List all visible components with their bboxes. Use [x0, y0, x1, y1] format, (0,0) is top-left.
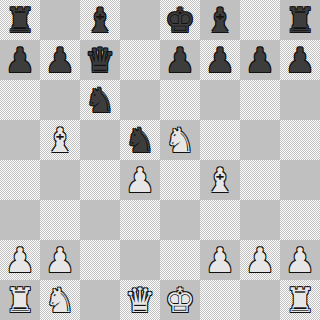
square-h2[interactable]: ♟ [280, 240, 320, 280]
square-a2[interactable]: ♟ [0, 240, 40, 280]
square-g5[interactable] [240, 120, 280, 160]
square-b1[interactable]: ♞ [40, 280, 80, 320]
square-a1[interactable]: ♜ [0, 280, 40, 320]
square-a3[interactable] [0, 200, 40, 240]
piece-white-pawn[interactable]: ♟ [5, 240, 35, 280]
piece-white-pawn[interactable]: ♟ [45, 240, 75, 280]
square-e1[interactable]: ♚ [160, 280, 200, 320]
square-h3[interactable] [280, 200, 320, 240]
square-h8[interactable]: ♜ [280, 0, 320, 40]
square-d1[interactable]: ♛ [120, 280, 160, 320]
piece-black-pawn[interactable]: ♟ [245, 40, 275, 80]
square-b3[interactable] [40, 200, 80, 240]
square-b6[interactable] [40, 80, 80, 120]
square-g2[interactable]: ♟ [240, 240, 280, 280]
piece-white-pawn[interactable]: ♟ [125, 160, 155, 200]
square-e7[interactable]: ♟ [160, 40, 200, 80]
square-h7[interactable]: ♟ [280, 40, 320, 80]
square-d6[interactable] [120, 80, 160, 120]
square-d8[interactable] [120, 0, 160, 40]
square-d2[interactable] [120, 240, 160, 280]
piece-black-knight[interactable]: ♞ [85, 80, 115, 120]
square-b2[interactable]: ♟ [40, 240, 80, 280]
square-a5[interactable] [0, 120, 40, 160]
square-f6[interactable] [200, 80, 240, 120]
square-c5[interactable] [80, 120, 120, 160]
square-f8[interactable]: ♝ [200, 0, 240, 40]
square-b4[interactable] [40, 160, 80, 200]
square-e8[interactable]: ♚ [160, 0, 200, 40]
piece-black-pawn[interactable]: ♟ [5, 40, 35, 80]
square-f2[interactable]: ♟ [200, 240, 240, 280]
square-g4[interactable] [240, 160, 280, 200]
square-h4[interactable] [280, 160, 320, 200]
piece-white-king[interactable]: ♚ [165, 280, 195, 320]
piece-black-pawn[interactable]: ♟ [285, 40, 315, 80]
square-a6[interactable] [0, 80, 40, 120]
piece-white-queen[interactable]: ♛ [125, 280, 155, 320]
square-c3[interactable] [80, 200, 120, 240]
piece-black-king[interactable]: ♚ [165, 0, 195, 40]
square-h6[interactable] [280, 80, 320, 120]
square-e4[interactable] [160, 160, 200, 200]
square-g7[interactable]: ♟ [240, 40, 280, 80]
square-d4[interactable]: ♟ [120, 160, 160, 200]
square-c4[interactable] [80, 160, 120, 200]
piece-white-bishop[interactable]: ♝ [205, 160, 235, 200]
square-e3[interactable] [160, 200, 200, 240]
piece-black-pawn[interactable]: ♟ [205, 40, 235, 80]
square-c1[interactable] [80, 280, 120, 320]
square-b7[interactable]: ♟ [40, 40, 80, 80]
square-g6[interactable] [240, 80, 280, 120]
piece-black-rook[interactable]: ♜ [285, 0, 315, 40]
square-b8[interactable] [40, 0, 80, 40]
square-f5[interactable] [200, 120, 240, 160]
square-c7[interactable]: ♛ [80, 40, 120, 80]
square-d5[interactable]: ♞ [120, 120, 160, 160]
square-d7[interactable] [120, 40, 160, 80]
square-h5[interactable] [280, 120, 320, 160]
square-a7[interactable]: ♟ [0, 40, 40, 80]
square-d3[interactable] [120, 200, 160, 240]
square-c8[interactable]: ♝ [80, 0, 120, 40]
piece-white-rook[interactable]: ♜ [5, 280, 35, 320]
chess-board: ♜♝♚♝♜♟♟♛♟♟♟♟♞♝♞♞♟♝♟♟♟♟♟♜♞♛♚♜ [0, 0, 320, 320]
piece-black-knight[interactable]: ♞ [125, 120, 155, 160]
square-c6[interactable]: ♞ [80, 80, 120, 120]
piece-black-pawn[interactable]: ♟ [45, 40, 75, 80]
piece-black-bishop[interactable]: ♝ [205, 0, 235, 40]
piece-black-bishop[interactable]: ♝ [85, 0, 115, 40]
square-f7[interactable]: ♟ [200, 40, 240, 80]
piece-black-rook[interactable]: ♜ [5, 0, 35, 40]
square-e6[interactable] [160, 80, 200, 120]
piece-black-queen[interactable]: ♛ [85, 40, 115, 80]
square-h1[interactable]: ♜ [280, 280, 320, 320]
piece-white-pawn[interactable]: ♟ [205, 240, 235, 280]
square-a4[interactable] [0, 160, 40, 200]
piece-white-pawn[interactable]: ♟ [285, 240, 315, 280]
square-g1[interactable] [240, 280, 280, 320]
square-e5[interactable]: ♞ [160, 120, 200, 160]
square-f3[interactable] [200, 200, 240, 240]
square-g8[interactable] [240, 0, 280, 40]
piece-white-knight[interactable]: ♞ [165, 120, 195, 160]
square-f4[interactable]: ♝ [200, 160, 240, 200]
square-c2[interactable] [80, 240, 120, 280]
piece-white-rook[interactable]: ♜ [285, 280, 315, 320]
square-b5[interactable]: ♝ [40, 120, 80, 160]
square-g3[interactable] [240, 200, 280, 240]
piece-white-knight[interactable]: ♞ [45, 280, 75, 320]
square-a8[interactable]: ♜ [0, 0, 40, 40]
square-e2[interactable] [160, 240, 200, 280]
piece-white-pawn[interactable]: ♟ [245, 240, 275, 280]
piece-white-bishop[interactable]: ♝ [45, 120, 75, 160]
square-f1[interactable] [200, 280, 240, 320]
piece-black-pawn[interactable]: ♟ [165, 40, 195, 80]
